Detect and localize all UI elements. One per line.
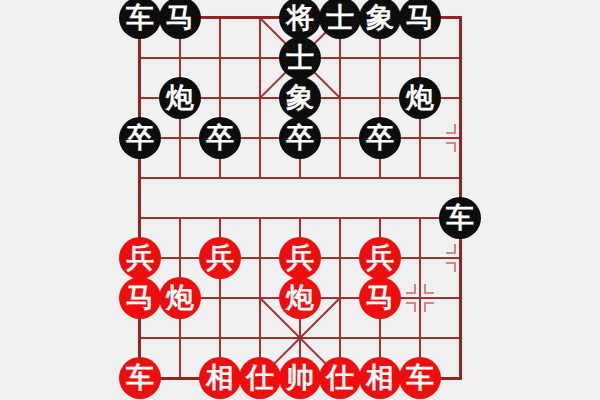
piece-black-chariot[interactable]: 车 bbox=[439, 197, 481, 239]
piece-red-cannon[interactable]: 炮 bbox=[279, 277, 321, 319]
piece-black-chariot[interactable]: 车 bbox=[119, 0, 161, 39]
piece-red-elephant[interactable]: 相 bbox=[199, 357, 241, 399]
piece-black-soldier[interactable]: 卒 bbox=[359, 117, 401, 159]
piece-black-soldier[interactable]: 卒 bbox=[199, 117, 241, 159]
piece-black-advisor[interactable]: 士 bbox=[279, 37, 321, 79]
piece-red-advisor[interactable]: 仕 bbox=[239, 357, 281, 399]
piece-red-soldier[interactable]: 兵 bbox=[279, 237, 321, 279]
piece-red-soldier[interactable]: 兵 bbox=[119, 237, 161, 279]
piece-red-soldier[interactable]: 兵 bbox=[199, 237, 241, 279]
piece-black-horse[interactable]: 马 bbox=[159, 0, 201, 39]
xiangqi-board: 车马将士象马士炮象炮卒卒卒卒车兵兵兵兵马炮炮马车相仕帅仕相车 bbox=[0, 0, 600, 400]
piece-red-soldier[interactable]: 兵 bbox=[359, 237, 401, 279]
piece-black-soldier[interactable]: 卒 bbox=[279, 117, 321, 159]
piece-black-elephant[interactable]: 象 bbox=[359, 0, 401, 39]
piece-red-general[interactable]: 帅 bbox=[279, 357, 321, 399]
piece-red-chariot[interactable]: 车 bbox=[119, 357, 161, 399]
piece-black-horse[interactable]: 马 bbox=[399, 0, 441, 39]
piece-black-cannon[interactable]: 炮 bbox=[399, 77, 441, 119]
board-pieces: 车马将士象马士炮象炮卒卒卒卒车兵兵兵兵马炮炮马车相仕帅仕相车 bbox=[0, 0, 600, 400]
piece-red-chariot[interactable]: 车 bbox=[399, 357, 441, 399]
piece-red-elephant[interactable]: 相 bbox=[359, 357, 401, 399]
piece-black-cannon[interactable]: 炮 bbox=[159, 77, 201, 119]
piece-black-elephant[interactable]: 象 bbox=[279, 77, 321, 119]
piece-black-advisor[interactable]: 士 bbox=[319, 0, 361, 39]
piece-red-advisor[interactable]: 仕 bbox=[319, 357, 361, 399]
piece-red-horse[interactable]: 马 bbox=[359, 277, 401, 319]
piece-red-cannon[interactable]: 炮 bbox=[159, 277, 201, 319]
piece-black-general[interactable]: 将 bbox=[279, 0, 321, 39]
piece-black-soldier[interactable]: 卒 bbox=[119, 117, 161, 159]
piece-red-horse[interactable]: 马 bbox=[119, 277, 161, 319]
